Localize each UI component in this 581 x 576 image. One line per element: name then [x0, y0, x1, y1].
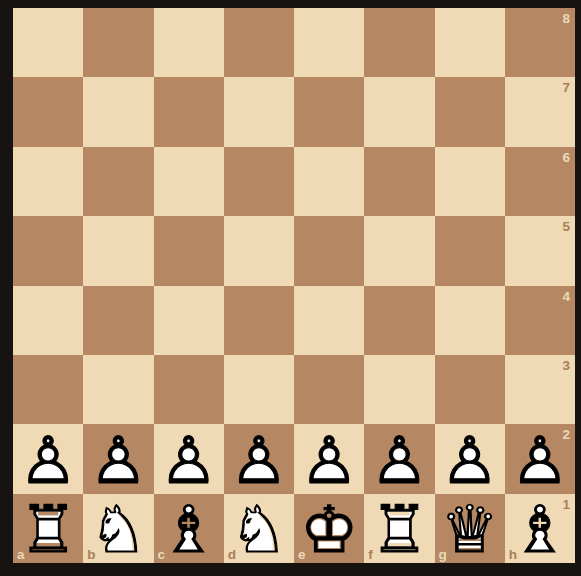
square-e6[interactable] — [294, 147, 364, 216]
white-pawn-d2[interactable]: ♟♙ — [224, 424, 294, 493]
square-d7[interactable] — [224, 77, 294, 146]
piece-outline-glyph: ♙ — [19, 428, 77, 493]
white-pawn-b2[interactable]: ♟♙ — [83, 424, 153, 493]
square-f3[interactable] — [364, 355, 434, 424]
square-e4[interactable] — [294, 286, 364, 355]
rank-label-3: 3 — [562, 359, 570, 373]
rank-label-6: 6 — [562, 151, 570, 165]
square-b6[interactable] — [83, 147, 153, 216]
square-d6[interactable] — [224, 147, 294, 216]
square-h2[interactable]: ♟♙2 — [505, 424, 575, 493]
square-f1[interactable]: ♜♖f — [364, 494, 434, 563]
file-label-h: h — [509, 548, 517, 562]
piece-outline-glyph: ♙ — [300, 428, 358, 493]
square-f2[interactable]: ♟♙ — [364, 424, 434, 493]
square-b1[interactable]: ♞♘b — [83, 494, 153, 563]
chess-board: 876543♟♙♟♙♟♙♟♙♟♙♟♙♟♙♟♙2♜♖a♞♘b♝♗c♞♘d♚♔e♜♖… — [13, 8, 575, 563]
piece-outline-glyph: ♖ — [19, 497, 77, 562]
rank-label-1: 1 — [562, 498, 570, 512]
white-pawn-a2[interactable]: ♟♙ — [13, 424, 83, 493]
square-a4[interactable] — [13, 286, 83, 355]
square-g6[interactable] — [435, 147, 505, 216]
piece-outline-glyph: ♙ — [370, 428, 428, 493]
piece-outline-glyph: ♕ — [440, 497, 498, 562]
square-h5[interactable]: 5 — [505, 216, 575, 285]
square-h4[interactable]: 4 — [505, 286, 575, 355]
square-f4[interactable] — [364, 286, 434, 355]
square-d8[interactable] — [224, 8, 294, 77]
square-c8[interactable] — [154, 8, 224, 77]
square-a8[interactable] — [13, 8, 83, 77]
white-rook-f1[interactable]: ♜♖ — [364, 494, 434, 563]
square-e7[interactable] — [294, 77, 364, 146]
file-label-f: f — [368, 548, 373, 562]
square-e5[interactable] — [294, 216, 364, 285]
piece-outline-glyph: ♘ — [89, 497, 147, 562]
square-e3[interactable] — [294, 355, 364, 424]
rank-label-8: 8 — [562, 12, 570, 26]
square-g7[interactable] — [435, 77, 505, 146]
square-a6[interactable] — [13, 147, 83, 216]
file-label-c: c — [158, 548, 166, 562]
square-f6[interactable] — [364, 147, 434, 216]
square-g4[interactable] — [435, 286, 505, 355]
white-pawn-c2[interactable]: ♟♙ — [154, 424, 224, 493]
piece-outline-glyph: ♙ — [230, 428, 288, 493]
square-b7[interactable] — [83, 77, 153, 146]
page-background: 876543♟♙♟♙♟♙♟♙♟♙♟♙♟♙♟♙2♜♖a♞♘b♝♗c♞♘d♚♔e♜♖… — [0, 0, 581, 576]
square-c4[interactable] — [154, 286, 224, 355]
piece-outline-glyph: ♗ — [159, 497, 217, 562]
square-h1[interactable]: ♝♗1h — [505, 494, 575, 563]
white-pawn-g2[interactable]: ♟♙ — [435, 424, 505, 493]
square-e8[interactable] — [294, 8, 364, 77]
square-d2[interactable]: ♟♙ — [224, 424, 294, 493]
square-d3[interactable] — [224, 355, 294, 424]
rank-label-2: 2 — [562, 428, 570, 442]
piece-outline-glyph: ♔ — [300, 497, 358, 562]
square-a1[interactable]: ♜♖a — [13, 494, 83, 563]
piece-outline-glyph: ♙ — [89, 428, 147, 493]
piece-outline-glyph: ♘ — [230, 497, 288, 562]
rank-label-5: 5 — [562, 220, 570, 234]
white-pawn-f2[interactable]: ♟♙ — [364, 424, 434, 493]
piece-outline-glyph: ♖ — [370, 497, 428, 562]
square-g8[interactable] — [435, 8, 505, 77]
square-d1[interactable]: ♞♘d — [224, 494, 294, 563]
square-g1[interactable]: ♛♕g — [435, 494, 505, 563]
white-pawn-e2[interactable]: ♟♙ — [294, 424, 364, 493]
square-d5[interactable] — [224, 216, 294, 285]
file-label-b: b — [87, 548, 95, 562]
rank-label-4: 4 — [562, 290, 570, 304]
square-e1[interactable]: ♚♔e — [294, 494, 364, 563]
square-g5[interactable] — [435, 216, 505, 285]
square-c7[interactable] — [154, 77, 224, 146]
square-h8[interactable]: 8 — [505, 8, 575, 77]
square-b2[interactable]: ♟♙ — [83, 424, 153, 493]
square-d4[interactable] — [224, 286, 294, 355]
rank-label-7: 7 — [562, 81, 570, 95]
square-f8[interactable] — [364, 8, 434, 77]
square-c5[interactable] — [154, 216, 224, 285]
square-g2[interactable]: ♟♙ — [435, 424, 505, 493]
square-c2[interactable]: ♟♙ — [154, 424, 224, 493]
square-a2[interactable]: ♟♙ — [13, 424, 83, 493]
file-label-a: a — [17, 548, 25, 562]
square-f7[interactable] — [364, 77, 434, 146]
square-b5[interactable] — [83, 216, 153, 285]
file-label-g: g — [439, 548, 447, 562]
piece-outline-glyph: ♙ — [159, 428, 217, 493]
file-label-e: e — [298, 548, 306, 562]
square-c3[interactable] — [154, 355, 224, 424]
square-b4[interactable] — [83, 286, 153, 355]
square-b3[interactable] — [83, 355, 153, 424]
square-c6[interactable] — [154, 147, 224, 216]
square-g3[interactable] — [435, 355, 505, 424]
square-a3[interactable] — [13, 355, 83, 424]
square-h7[interactable]: 7 — [505, 77, 575, 146]
file-label-d: d — [228, 548, 236, 562]
piece-outline-glyph: ♗ — [511, 497, 569, 562]
square-a5[interactable] — [13, 216, 83, 285]
square-f5[interactable] — [364, 216, 434, 285]
square-c1[interactable]: ♝♗c — [154, 494, 224, 563]
square-b8[interactable] — [83, 8, 153, 77]
piece-outline-glyph: ♙ — [511, 428, 569, 493]
square-h3[interactable]: 3 — [505, 355, 575, 424]
square-a7[interactable] — [13, 77, 83, 146]
square-h6[interactable]: 6 — [505, 147, 575, 216]
square-e2[interactable]: ♟♙ — [294, 424, 364, 493]
piece-outline-glyph: ♙ — [440, 428, 498, 493]
